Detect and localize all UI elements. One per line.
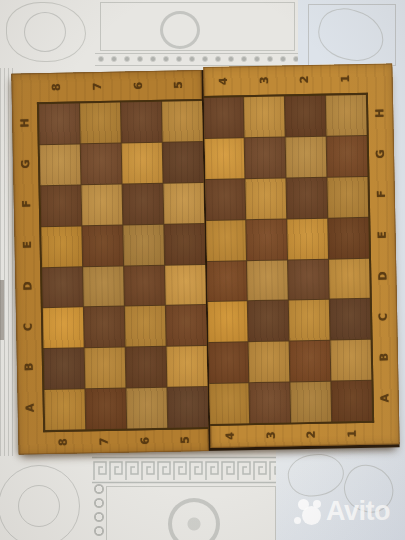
file-label: 8	[43, 435, 84, 449]
light-square	[331, 340, 372, 381]
dark-square	[121, 102, 162, 143]
board-label-glyph: 3	[264, 431, 277, 439]
file-label: 7	[77, 80, 118, 94]
dark-square	[248, 301, 289, 342]
dark-square	[125, 347, 166, 388]
file-label: 4	[210, 429, 251, 443]
board-label-glyph: 5	[179, 435, 192, 443]
file-labels-bottom-right-panel: 4321	[210, 421, 373, 448]
tablecloth-bead-row	[95, 53, 303, 66]
dark-square	[82, 225, 123, 266]
light-square	[206, 220, 247, 261]
tablecloth-top-band	[0, 0, 405, 68]
rank-label: H	[366, 92, 394, 133]
board-label-glyph: H	[18, 118, 31, 127]
light-square	[40, 144, 81, 185]
squares-grid-right-panel	[203, 93, 374, 426]
board-label-glyph: 5	[172, 81, 185, 89]
light-square	[326, 95, 367, 136]
dark-square	[245, 137, 286, 178]
avito-logo-dot-large	[302, 506, 321, 525]
light-square	[207, 302, 248, 343]
light-square	[85, 348, 126, 389]
file-label: 1	[332, 426, 373, 440]
rank-label: C	[16, 306, 42, 347]
light-square	[126, 388, 167, 429]
board-label-glyph: 8	[50, 83, 63, 91]
dark-square	[85, 389, 126, 430]
dark-square	[41, 185, 82, 226]
tablecloth-meander-band	[92, 456, 284, 484]
dark-square	[162, 142, 203, 183]
light-square	[244, 96, 285, 137]
rank-label: G	[13, 143, 39, 184]
tablecloth-medallion-bottom-left-inner	[18, 485, 60, 527]
file-label: 2	[284, 73, 325, 87]
board-left-panel: 8765 HGFEDCBA 8765	[11, 70, 208, 455]
file-label: 3	[244, 73, 285, 87]
dark-square	[122, 184, 163, 225]
rank-label: C	[370, 296, 398, 337]
avito-watermark-text: Avito	[326, 496, 390, 527]
dark-square	[207, 261, 248, 302]
avito-logo-dot-tiny	[294, 517, 301, 524]
file-label: 7	[84, 434, 125, 448]
board-right-panel: 4321 HGFEDCBA 4321	[203, 63, 400, 448]
light-square	[81, 184, 122, 225]
dark-square	[247, 219, 288, 260]
rank-label: A	[17, 387, 43, 428]
light-square	[162, 101, 203, 142]
board-label-glyph: H	[373, 108, 386, 117]
board-label-glyph: 6	[132, 82, 145, 90]
board-label-glyph: 1	[345, 429, 358, 437]
tablecloth-rosette-top	[160, 11, 200, 49]
file-labels-bottom-left-panel: 8765	[43, 427, 206, 454]
rank-label: B	[371, 337, 399, 378]
board-label-glyph: 8	[57, 438, 70, 446]
light-square	[249, 342, 290, 383]
board-label-glyph: 4	[217, 77, 230, 85]
light-square	[286, 137, 327, 178]
rank-label: F	[13, 184, 39, 225]
light-square	[123, 224, 164, 265]
light-square	[121, 143, 162, 184]
board-label-glyph: 7	[98, 437, 111, 445]
dark-square	[250, 383, 291, 424]
dark-square	[164, 224, 205, 265]
file-label: 2	[291, 427, 332, 441]
board-label-glyph: F	[375, 191, 388, 199]
rank-label: D	[15, 265, 41, 306]
chess-board: 8765 HGFEDCBA 8765 4321 HGFEDCBA 4321	[11, 66, 399, 454]
board-label-glyph: A	[379, 394, 392, 403]
board-label-glyph: 6	[138, 436, 151, 444]
dark-square	[208, 342, 249, 383]
board-label-glyph: D	[376, 271, 389, 280]
file-label: 1	[325, 72, 366, 86]
dark-square	[328, 217, 369, 258]
file-label: 3	[250, 428, 291, 442]
tablecloth-chain-strip	[92, 482, 107, 540]
rank-label: F	[367, 174, 395, 215]
light-square	[166, 346, 207, 387]
photo-scene: 8765 HGFEDCBA 8765 4321 HGFEDCBA 4321 Av…	[0, 0, 405, 540]
light-square	[43, 308, 84, 349]
dark-square	[44, 349, 85, 390]
dark-square	[285, 96, 326, 137]
light-square	[209, 383, 250, 424]
dark-square	[42, 267, 83, 308]
light-square	[246, 178, 287, 219]
light-square	[165, 265, 206, 306]
light-square	[125, 306, 166, 347]
board-label-glyph: 2	[298, 76, 311, 84]
board-label-glyph: C	[377, 313, 390, 321]
dark-square	[81, 143, 122, 184]
board-label-glyph: A	[24, 404, 37, 413]
light-square	[204, 138, 245, 179]
file-label: 5	[165, 433, 206, 447]
board-label-glyph: 1	[339, 75, 352, 83]
rank-label: A	[371, 378, 399, 419]
tablecloth-ring-top-left	[24, 12, 66, 52]
board-label-glyph: E	[21, 241, 34, 249]
dark-square	[167, 387, 208, 428]
board-label-glyph: G	[374, 149, 387, 158]
board-label-glyph: 7	[91, 83, 104, 91]
light-square	[41, 226, 82, 267]
dark-square	[327, 136, 368, 177]
avito-watermark: Avito	[292, 490, 404, 532]
dark-square	[290, 341, 331, 382]
dark-square	[39, 103, 80, 144]
dark-square	[205, 179, 246, 220]
board-label-glyph: 4	[224, 432, 237, 440]
light-square	[247, 260, 288, 301]
rank-label: B	[17, 347, 43, 388]
dark-square	[330, 299, 371, 340]
dark-square	[203, 97, 244, 138]
board-label-glyph: G	[19, 159, 32, 168]
board-label-glyph: E	[375, 231, 388, 239]
board-label-glyph: D	[21, 281, 34, 290]
light-square	[163, 183, 204, 224]
file-label: 5	[158, 78, 199, 92]
light-square	[44, 389, 85, 430]
file-label: 4	[203, 74, 244, 88]
light-square	[329, 258, 370, 299]
light-square	[328, 177, 369, 218]
light-square	[289, 300, 330, 341]
file-label: 8	[37, 80, 78, 94]
light-square	[287, 218, 328, 259]
rank-label: G	[367, 133, 395, 174]
dark-square	[288, 259, 329, 300]
rank-label: E	[14, 224, 40, 265]
light-square	[291, 382, 332, 423]
dark-square	[124, 265, 165, 306]
board-label-glyph: C	[22, 322, 35, 330]
light-square	[83, 266, 124, 307]
tablecloth-left-dark-streak	[0, 280, 4, 340]
dark-square	[165, 305, 206, 346]
light-square	[80, 103, 121, 144]
file-labels-top-left-panel: 8765	[36, 70, 199, 102]
squares-grid-left-panel	[37, 99, 208, 432]
rank-label: E	[368, 215, 396, 256]
dark-square	[287, 177, 328, 218]
board-label-glyph: B	[378, 353, 391, 362]
file-label: 6	[118, 79, 159, 93]
file-label: 6	[125, 433, 166, 447]
rank-label: H	[12, 102, 38, 143]
dark-square	[84, 307, 125, 348]
rank-label: D	[369, 255, 397, 296]
board-label-glyph: 3	[257, 76, 270, 84]
file-labels-top-right-panel: 4321	[203, 64, 366, 96]
board-label-glyph: 2	[305, 430, 318, 438]
dark-square	[331, 381, 372, 422]
board-label-glyph: B	[23, 363, 36, 372]
board-label-glyph: F	[20, 200, 33, 208]
